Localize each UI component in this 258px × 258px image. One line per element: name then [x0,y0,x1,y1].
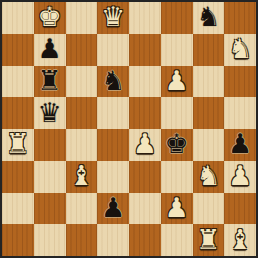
piece-black-rook-b6[interactable]: ♜ [38,67,62,94]
piece-white-pawn-f6[interactable]: ♟ [165,67,189,94]
square-g3[interactable]: ♞ [193,161,225,193]
square-d3[interactable] [97,161,129,193]
square-c6[interactable] [66,66,98,98]
square-e3[interactable] [129,161,161,193]
piece-white-rook-a4[interactable]: ♜ [6,130,30,157]
square-b3[interactable] [34,161,66,193]
piece-white-pawn-e4[interactable]: ♟ [133,130,157,157]
square-c1[interactable] [66,224,98,256]
square-b2[interactable] [34,193,66,225]
square-h2[interactable] [224,193,256,225]
piece-black-king-f4[interactable]: ♚ [165,130,189,157]
square-g8[interactable]: ♞ [193,2,225,34]
square-b4[interactable] [34,129,66,161]
square-h4[interactable]: ♟ [224,129,256,161]
square-d1[interactable] [97,224,129,256]
square-h3[interactable]: ♟ [224,161,256,193]
square-a8[interactable] [2,2,34,34]
square-c7[interactable] [66,34,98,66]
square-f8[interactable] [161,2,193,34]
piece-black-pawn-d2[interactable]: ♟ [101,194,125,221]
piece-white-knight-h7[interactable]: ♞ [228,35,252,62]
square-e2[interactable] [129,193,161,225]
square-a4[interactable]: ♜ [2,129,34,161]
square-b6[interactable]: ♜ [34,66,66,98]
piece-white-queen-d8[interactable]: ♛ [101,3,125,30]
square-d7[interactable] [97,34,129,66]
square-b1[interactable] [34,224,66,256]
square-e6[interactable] [129,66,161,98]
square-d4[interactable] [97,129,129,161]
square-f3[interactable] [161,161,193,193]
square-h7[interactable]: ♞ [224,34,256,66]
square-h1[interactable]: ♝ [224,224,256,256]
piece-white-king-b8[interactable]: ♚ [38,3,62,30]
piece-white-pawn-h3[interactable]: ♟ [228,162,252,189]
square-c5[interactable] [66,97,98,129]
square-h6[interactable] [224,66,256,98]
square-c8[interactable] [66,2,98,34]
square-e7[interactable] [129,34,161,66]
square-b8[interactable]: ♚ [34,2,66,34]
square-e1[interactable] [129,224,161,256]
chess-board: ♚♛♞♟♞♜♞♟♛♜♟♚♟♝♞♟♟♟♜♝ [0,0,258,258]
square-d5[interactable] [97,97,129,129]
square-e5[interactable] [129,97,161,129]
square-b5[interactable]: ♛ [34,97,66,129]
piece-black-queen-b5[interactable]: ♛ [38,99,62,126]
square-f5[interactable] [161,97,193,129]
square-a6[interactable] [2,66,34,98]
piece-black-knight-g8[interactable]: ♞ [196,3,220,30]
square-e8[interactable] [129,2,161,34]
square-f4[interactable]: ♚ [161,129,193,161]
square-a1[interactable] [2,224,34,256]
square-f7[interactable] [161,34,193,66]
piece-white-pawn-f2[interactable]: ♟ [165,194,189,221]
square-g2[interactable] [193,193,225,225]
square-g7[interactable] [193,34,225,66]
piece-white-bishop-h1[interactable]: ♝ [228,226,252,253]
square-a7[interactable] [2,34,34,66]
square-c4[interactable] [66,129,98,161]
square-e4[interactable]: ♟ [129,129,161,161]
piece-white-rook-g1[interactable]: ♜ [196,226,220,253]
square-f1[interactable] [161,224,193,256]
square-f2[interactable]: ♟ [161,193,193,225]
square-a5[interactable] [2,97,34,129]
piece-white-bishop-c3[interactable]: ♝ [69,162,93,189]
square-f6[interactable]: ♟ [161,66,193,98]
square-c2[interactable] [66,193,98,225]
piece-black-pawn-h4[interactable]: ♟ [228,130,252,157]
square-c3[interactable]: ♝ [66,161,98,193]
square-h8[interactable] [224,2,256,34]
square-a3[interactable] [2,161,34,193]
square-g6[interactable] [193,66,225,98]
piece-black-pawn-b7[interactable]: ♟ [38,35,62,62]
square-d6[interactable]: ♞ [97,66,129,98]
square-h5[interactable] [224,97,256,129]
square-a2[interactable] [2,193,34,225]
square-d2[interactable]: ♟ [97,193,129,225]
square-g4[interactable] [193,129,225,161]
square-b7[interactable]: ♟ [34,34,66,66]
square-g5[interactable] [193,97,225,129]
square-d8[interactable]: ♛ [97,2,129,34]
piece-white-knight-g3[interactable]: ♞ [196,162,220,189]
square-g1[interactable]: ♜ [193,224,225,256]
piece-black-knight-d6[interactable]: ♞ [101,67,125,94]
